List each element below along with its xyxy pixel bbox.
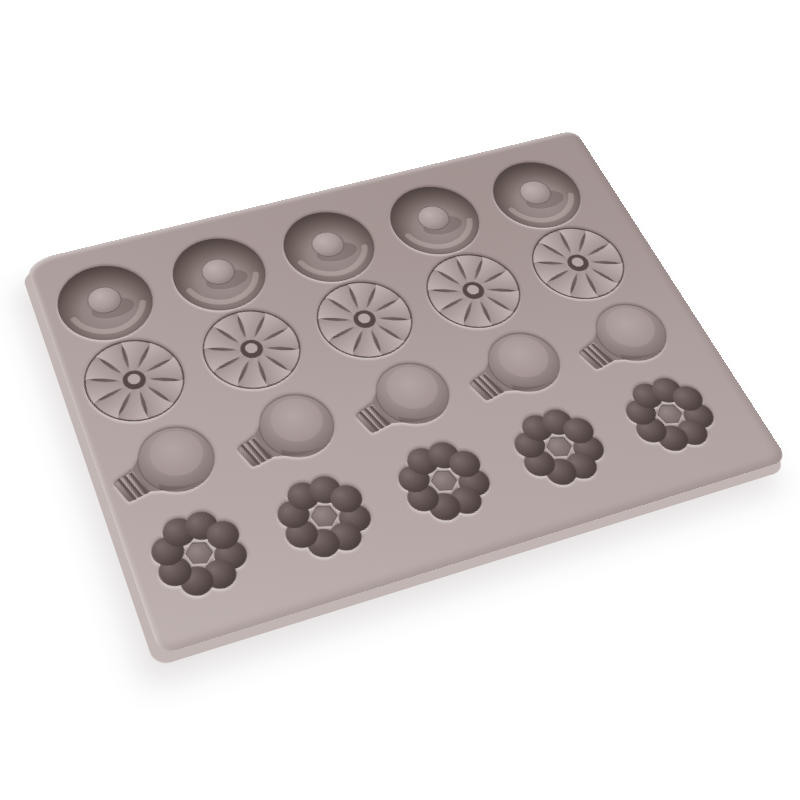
product-photo bbox=[0, 0, 800, 800]
mold-body bbox=[25, 130, 788, 655]
